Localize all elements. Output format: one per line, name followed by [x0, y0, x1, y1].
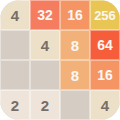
tile-64: 64	[90, 30, 120, 60]
tile-4: 4	[90, 90, 120, 120]
empty-cell	[60, 90, 90, 120]
board-2048[interactable]: 432162564864816224	[0, 0, 120, 120]
empty-cell	[0, 60, 30, 90]
tile-2: 2	[30, 90, 60, 120]
empty-cell	[0, 30, 30, 60]
tile-256: 256	[90, 0, 120, 30]
tile-32: 32	[30, 0, 60, 30]
tile-16: 16	[60, 0, 90, 30]
tile-8: 8	[60, 30, 90, 60]
tile-4: 4	[30, 30, 60, 60]
empty-cell	[30, 60, 60, 90]
tile-8: 8	[60, 60, 90, 90]
tile-16: 16	[90, 60, 120, 90]
tile-2: 2	[0, 90, 30, 120]
tile-4: 4	[0, 0, 30, 30]
